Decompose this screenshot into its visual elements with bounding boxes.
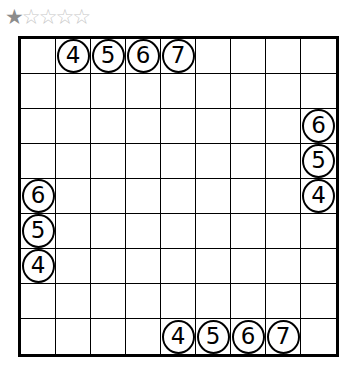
star-filled-icon-1: ★	[5, 4, 22, 30]
cell-r5c7[interactable]	[231, 179, 266, 214]
clue-circle-r9c5: 4	[162, 320, 195, 354]
cell-r3c1[interactable]	[21, 109, 56, 144]
cell-r8c1[interactable]	[21, 284, 56, 319]
cell-r6c1: 5	[21, 214, 56, 249]
cell-r7c5[interactable]	[161, 249, 196, 284]
cell-r4c9: 5	[301, 144, 336, 179]
cell-r1c7[interactable]	[231, 39, 266, 74]
cell-r3c6[interactable]	[196, 109, 231, 144]
cell-r9c5: 4	[161, 319, 196, 354]
cell-r6c6[interactable]	[196, 214, 231, 249]
cell-r2c7[interactable]	[231, 74, 266, 109]
cell-r2c8[interactable]	[266, 74, 301, 109]
cell-r6c7[interactable]	[231, 214, 266, 249]
clue-circle-r9c7: 6	[232, 320, 265, 354]
cell-r6c8[interactable]	[266, 214, 301, 249]
cell-r6c9[interactable]	[301, 214, 336, 249]
clue-circle-r5c9: 4	[302, 179, 335, 213]
cell-r2c4[interactable]	[126, 74, 161, 109]
clue-circle-r6c1: 5	[22, 214, 55, 248]
cell-r5c8[interactable]	[266, 179, 301, 214]
clue-circle-r1c2: 4	[57, 39, 90, 73]
cell-r8c3[interactable]	[91, 284, 126, 319]
cell-r6c2[interactable]	[56, 214, 91, 249]
cell-r3c7[interactable]	[231, 109, 266, 144]
cell-r9c6: 5	[196, 319, 231, 354]
cell-r1c1[interactable]	[21, 39, 56, 74]
cell-r9c4[interactable]	[126, 319, 161, 354]
cell-r7c7[interactable]	[231, 249, 266, 284]
clue-circle-r3c9: 6	[302, 109, 335, 143]
cell-r7c4[interactable]	[126, 249, 161, 284]
puzzle-board: 45676564544567	[18, 36, 339, 357]
cell-r2c2[interactable]	[56, 74, 91, 109]
puzzle-page: ★☆☆☆☆ 45676564544567	[0, 0, 360, 378]
cell-r7c8[interactable]	[266, 249, 301, 284]
difficulty-rating: ★☆☆☆☆	[5, 4, 89, 30]
cell-r4c7[interactable]	[231, 144, 266, 179]
cell-r3c5[interactable]	[161, 109, 196, 144]
cell-r8c9[interactable]	[301, 284, 336, 319]
cell-r1c8[interactable]	[266, 39, 301, 74]
cell-r1c6[interactable]	[196, 39, 231, 74]
cell-r9c3[interactable]	[91, 319, 126, 354]
cell-r8c8[interactable]	[266, 284, 301, 319]
cell-r5c1: 6	[21, 179, 56, 214]
cell-r4c4[interactable]	[126, 144, 161, 179]
cell-r2c9[interactable]	[301, 74, 336, 109]
cell-r5c5[interactable]	[161, 179, 196, 214]
cell-r5c6[interactable]	[196, 179, 231, 214]
cell-r7c3[interactable]	[91, 249, 126, 284]
cell-r8c5[interactable]	[161, 284, 196, 319]
cell-r5c9: 4	[301, 179, 336, 214]
cell-r1c4: 6	[126, 39, 161, 74]
cell-r7c1: 4	[21, 249, 56, 284]
clue-circle-r1c3: 5	[92, 39, 125, 73]
cell-r8c7[interactable]	[231, 284, 266, 319]
cell-r1c2: 4	[56, 39, 91, 74]
star-empty-icon-2: ☆	[22, 4, 39, 30]
cell-r7c2[interactable]	[56, 249, 91, 284]
cell-r1c9[interactable]	[301, 39, 336, 74]
cell-r6c3[interactable]	[91, 214, 126, 249]
clue-circle-r1c4: 6	[127, 39, 160, 73]
clue-circle-r5c1: 6	[22, 179, 55, 213]
cell-r9c8: 7	[266, 319, 301, 354]
star-empty-icon-3: ☆	[39, 4, 56, 30]
cell-r2c5[interactable]	[161, 74, 196, 109]
cell-r5c3[interactable]	[91, 179, 126, 214]
cell-r8c4[interactable]	[126, 284, 161, 319]
cell-r1c5: 7	[161, 39, 196, 74]
cell-r3c8[interactable]	[266, 109, 301, 144]
cell-r4c3[interactable]	[91, 144, 126, 179]
cell-r6c5[interactable]	[161, 214, 196, 249]
cell-r2c6[interactable]	[196, 74, 231, 109]
cell-r4c2[interactable]	[56, 144, 91, 179]
star-empty-icon-4: ☆	[55, 4, 72, 30]
cell-r9c1[interactable]	[21, 319, 56, 354]
cell-r9c9[interactable]	[301, 319, 336, 354]
clue-circle-r4c9: 5	[302, 144, 335, 178]
cell-r2c1[interactable]	[21, 74, 56, 109]
cell-r5c2[interactable]	[56, 179, 91, 214]
cell-r7c6[interactable]	[196, 249, 231, 284]
cell-r6c4[interactable]	[126, 214, 161, 249]
cell-r8c6[interactable]	[196, 284, 231, 319]
cell-r3c2[interactable]	[56, 109, 91, 144]
cell-r3c4[interactable]	[126, 109, 161, 144]
cell-r4c5[interactable]	[161, 144, 196, 179]
cell-r3c9: 6	[301, 109, 336, 144]
cell-r1c3: 5	[91, 39, 126, 74]
cell-r7c9[interactable]	[301, 249, 336, 284]
star-empty-icon-5: ☆	[72, 4, 89, 30]
clue-circle-r9c8: 7	[267, 320, 300, 354]
cell-r4c1[interactable]	[21, 144, 56, 179]
cell-r4c8[interactable]	[266, 144, 301, 179]
cell-r9c7: 6	[231, 319, 266, 354]
cell-r5c4[interactable]	[126, 179, 161, 214]
clue-circle-r1c5: 7	[162, 39, 195, 73]
cell-r3c3[interactable]	[91, 109, 126, 144]
cell-r9c2[interactable]	[56, 319, 91, 354]
clue-circle-r9c6: 5	[197, 320, 230, 354]
cell-r8c2[interactable]	[56, 284, 91, 319]
clue-circle-r7c1: 4	[22, 249, 55, 283]
cell-r4c6[interactable]	[196, 144, 231, 179]
cell-r2c3[interactable]	[91, 74, 126, 109]
